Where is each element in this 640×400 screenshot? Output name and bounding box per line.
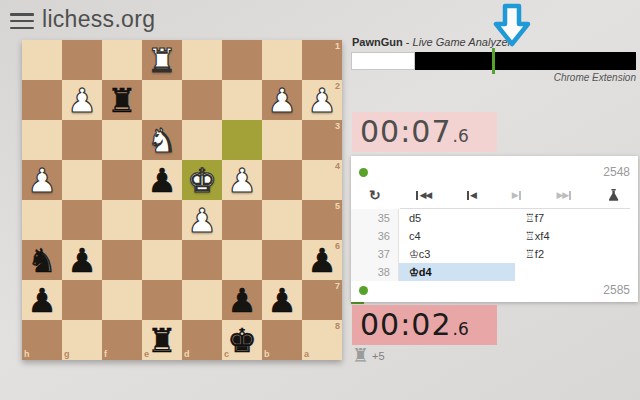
square-f1[interactable] [102, 40, 142, 80]
square-a6[interactable]: 6♟ [302, 240, 342, 280]
square-b4[interactable] [262, 160, 302, 200]
file-label-h: h [24, 349, 30, 359]
evaluation-marker [492, 48, 495, 74]
square-f3[interactable] [102, 120, 142, 160]
go-first-button[interactable]: ◀◀ [416, 190, 431, 200]
rank-label-8: 8 [335, 321, 340, 331]
go-previous-button[interactable]: ◀ [467, 190, 476, 200]
player-rating: 2585 [603, 283, 630, 297]
black-rook: ♜ [142, 320, 182, 360]
square-e1[interactable]: ♜ [142, 40, 182, 80]
player-row: 2585 [351, 279, 638, 301]
rank-label-3: 3 [335, 121, 340, 131]
square-f8[interactable]: f [102, 320, 142, 360]
rank-label-4: 4 [335, 161, 340, 171]
white-king: ♚ [182, 160, 222, 200]
black-pawn: ♟ [222, 280, 262, 320]
move-number: 36 [351, 227, 399, 245]
square-d2[interactable] [182, 80, 222, 120]
online-indicator [359, 168, 368, 177]
extension-attribution: Chrome Extension [351, 72, 636, 83]
clock-tenths: 6 [458, 319, 469, 339]
square-a7[interactable]: 7 [302, 280, 342, 320]
square-c1[interactable] [222, 40, 262, 80]
rank-label-1: 1 [335, 41, 340, 51]
black-pawn: ♟ [22, 280, 62, 320]
captured-rook-icon: ♜ [352, 346, 369, 365]
square-a8[interactable]: 8a [302, 320, 342, 360]
square-e5[interactable] [142, 200, 182, 240]
square-g6[interactable]: ♟ [62, 240, 102, 280]
square-h3[interactable] [22, 120, 62, 160]
square-f4[interactable] [102, 160, 142, 200]
opponent-row: 2548 [351, 161, 638, 183]
square-a2[interactable]: 2♟ [302, 80, 342, 120]
replay-toolbar: ↻ ◀◀ ◀ ▶ ▶▶ [351, 182, 638, 208]
square-d8[interactable]: d [182, 320, 222, 360]
clock-seconds: 07 [411, 114, 451, 149]
square-g3[interactable] [62, 120, 102, 160]
square-b3[interactable] [262, 120, 302, 160]
square-h7[interactable]: ♟ [22, 280, 62, 320]
square-c3[interactable] [222, 120, 262, 160]
file-label-d: d [184, 349, 190, 359]
opponent-rating: 2548 [603, 165, 630, 179]
square-g2[interactable]: ♟ [62, 80, 102, 120]
square-c4[interactable]: ♟ [222, 160, 262, 200]
square-a4[interactable]: 4 [302, 160, 342, 200]
white-pawn: ♟ [182, 200, 222, 240]
move-number: 35 [351, 209, 399, 227]
material-advantage-value: +5 [372, 350, 385, 362]
white-knight: ♞ [142, 120, 182, 160]
file-label-a: a [304, 349, 309, 359]
file-label-g: g [64, 349, 70, 359]
square-g4[interactable] [62, 160, 102, 200]
evaluation-white-share [351, 52, 415, 70]
square-c8[interactable]: c♚ [222, 320, 262, 360]
square-d4[interactable]: ♚ [182, 160, 222, 200]
black-move[interactable]: ♖xf4 [515, 227, 638, 245]
clock-minutes: 00 [360, 114, 400, 149]
square-b1[interactable] [262, 40, 302, 80]
black-pawn: ♟ [302, 240, 342, 280]
square-e8[interactable]: e♜ [142, 320, 182, 360]
square-g5[interactable] [62, 200, 102, 240]
white-move[interactable]: ♔c3 [399, 245, 515, 263]
clock-tenths: 6 [458, 126, 469, 146]
square-d6[interactable] [182, 240, 222, 280]
square-c7[interactable]: ♟ [222, 280, 262, 320]
clock-seconds: 02 [411, 307, 451, 342]
move-number: 37 [351, 245, 399, 263]
square-b7[interactable]: ♟ [262, 280, 302, 320]
black-rook: ♜ [102, 80, 142, 120]
black-knight: ♞ [22, 240, 62, 280]
flip-board-button[interactable]: ↻ [369, 187, 381, 203]
material-advantage: ♜ +5 [352, 346, 385, 365]
move-row: 37 ♔c3 ♖f2 [351, 245, 638, 263]
opponent-clock: 00:07 .6 [352, 112, 497, 152]
square-c6[interactable] [222, 240, 262, 280]
square-g7[interactable] [62, 280, 102, 320]
flask-icon [607, 188, 620, 202]
square-e3[interactable]: ♞ [142, 120, 182, 160]
game-panel: 2548 ↻ ◀◀ ◀ ▶ ▶▶ 35 d5 ♖f7 36 c4 ♖xf4 37… [351, 156, 638, 302]
square-e6[interactable] [142, 240, 182, 280]
square-h1[interactable] [22, 40, 62, 80]
square-c2[interactable] [222, 80, 262, 120]
move-row: 36 c4 ♖xf4 [351, 227, 638, 245]
evaluation-bar [351, 52, 636, 70]
pointer-arrow-icon [492, 3, 532, 49]
square-h2[interactable] [22, 80, 62, 120]
player-clock: 00:02 .6 [352, 305, 497, 345]
square-f2[interactable]: ♜ [102, 80, 142, 120]
square-h4[interactable]: ♟ [22, 160, 62, 200]
go-next-button[interactable]: ▶ [512, 190, 521, 200]
square-d1[interactable] [182, 40, 222, 80]
square-b6[interactable] [262, 240, 302, 280]
black-move[interactable]: ♖f7 [515, 209, 638, 227]
square-a1[interactable]: 1 [302, 40, 342, 80]
rank-label-5: 5 [335, 201, 340, 211]
square-h5[interactable] [22, 200, 62, 240]
square-a3[interactable]: 3 [302, 120, 342, 160]
clock-minutes: 00 [360, 307, 400, 342]
white-pawn: ♟ [222, 160, 262, 200]
black-king: ♚ [222, 320, 262, 360]
analysis-board-button[interactable] [607, 188, 620, 202]
white-pawn: ♟ [262, 80, 302, 120]
white-pawn: ♟ [22, 160, 62, 200]
black-pawn: ♟ [262, 280, 302, 320]
move-row: 35 d5 ♖f7 [351, 209, 638, 227]
white-move[interactable]: c4 [399, 227, 515, 245]
rank-label-7: 7 [335, 281, 340, 291]
square-h8[interactable]: h [22, 320, 62, 360]
white-move[interactable]: d5 [399, 209, 515, 227]
square-f7[interactable] [102, 280, 142, 320]
move-list: 35 d5 ♖f7 36 c4 ♖xf4 37 ♔c3 ♖f2 38 ♔d4 [351, 209, 638, 281]
square-b8[interactable]: b [262, 320, 302, 360]
white-pawn: ♟ [302, 80, 342, 120]
file-label-f: f [104, 349, 107, 359]
square-h6[interactable]: ♞ [22, 240, 62, 280]
square-f6[interactable] [102, 240, 142, 280]
square-a5[interactable]: 5 [302, 200, 342, 240]
online-indicator [359, 286, 368, 295]
file-label-b: b [264, 349, 270, 359]
square-d5[interactable]: ♟ [182, 200, 222, 240]
square-b2[interactable]: ♟ [262, 80, 302, 120]
square-g8[interactable]: g [62, 320, 102, 360]
menu-button[interactable] [10, 13, 34, 29]
white-rook: ♜ [142, 40, 182, 80]
square-d3[interactable] [182, 120, 222, 160]
go-last-button[interactable]: ▶▶ [556, 190, 571, 200]
menu-icon [10, 13, 34, 16]
square-b5[interactable] [262, 200, 302, 240]
black-pawn: ♟ [62, 240, 102, 280]
square-e2[interactable] [142, 80, 182, 120]
square-e4[interactable]: ♟ [142, 160, 182, 200]
black-move[interactable]: ♖f2 [515, 245, 638, 263]
square-d7[interactable] [182, 280, 222, 320]
chess-board: ♜1♟♜♟2♟♞3♟♟♚♟4♟5♞♟6♟♟♟♟7hgfe♜dc♚b8a [22, 40, 342, 360]
square-f5[interactable] [102, 200, 142, 240]
site-logo[interactable]: lichess.org [42, 6, 155, 33]
analyzer-title: PawnGun - Live Game Analyzer [352, 36, 511, 48]
analyzer-brand: PawnGun [352, 36, 403, 48]
square-e7[interactable] [142, 280, 182, 320]
square-c5[interactable] [222, 200, 262, 240]
white-pawn: ♟ [62, 80, 102, 120]
black-pawn: ♟ [142, 160, 182, 200]
square-g1[interactable] [62, 40, 102, 80]
